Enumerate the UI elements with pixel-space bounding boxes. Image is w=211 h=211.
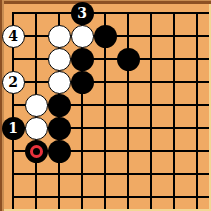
- circle-marker-icon: [30, 145, 43, 158]
- grid-line-vertical: [150, 12, 152, 211]
- grid-line-vertical: [196, 12, 198, 211]
- stone-white[interactable]: [25, 117, 48, 140]
- grid-line-horizontal: [12, 196, 211, 198]
- board-edge-top: [0, 0, 211, 4]
- stone-black-move-1[interactable]: 1: [2, 117, 25, 140]
- go-board[interactable]: 3421: [0, 0, 211, 211]
- stone-black[interactable]: [94, 25, 117, 48]
- image-edge-bottom: [0, 209, 211, 211]
- stone-white[interactable]: [25, 94, 48, 117]
- move-number-label: 3: [77, 6, 87, 20]
- move-number-label: 4: [8, 29, 18, 43]
- grid-line-vertical: [173, 12, 175, 211]
- stone-black[interactable]: [48, 117, 71, 140]
- stone-black[interactable]: [71, 71, 94, 94]
- stone-white[interactable]: [48, 71, 71, 94]
- stone-black[interactable]: [71, 48, 94, 71]
- stone-white[interactable]: [71, 25, 94, 48]
- stone-white[interactable]: [48, 48, 71, 71]
- stone-black-move-3[interactable]: 3: [71, 2, 94, 25]
- move-number-label: 2: [8, 75, 18, 89]
- stone-white[interactable]: [48, 25, 71, 48]
- image-edge-right: [209, 0, 211, 211]
- stone-black[interactable]: [25, 140, 48, 163]
- stone-black[interactable]: [117, 48, 140, 71]
- stone-white-move-2[interactable]: 2: [2, 71, 25, 94]
- stone-black[interactable]: [48, 140, 71, 163]
- stone-black[interactable]: [48, 94, 71, 117]
- grid-line-vertical: [127, 12, 129, 211]
- go-diagram: 3421: [0, 0, 211, 211]
- stone-white-move-4[interactable]: 4: [2, 25, 25, 48]
- grid-line-horizontal: [12, 58, 211, 60]
- move-number-label: 1: [8, 121, 18, 135]
- grid-line-horizontal: [12, 12, 211, 14]
- grid-line-horizontal: [12, 173, 211, 175]
- grid-line-horizontal: [12, 81, 211, 83]
